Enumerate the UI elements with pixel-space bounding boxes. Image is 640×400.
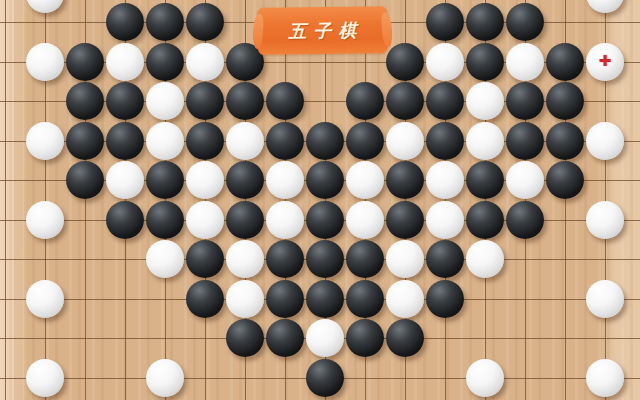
black-stone bbox=[386, 319, 424, 357]
black-stone bbox=[506, 201, 544, 239]
black-stone bbox=[546, 82, 584, 120]
black-stone bbox=[506, 3, 544, 41]
white-stone bbox=[26, 201, 64, 239]
black-stone bbox=[426, 280, 464, 318]
black-stone bbox=[186, 240, 224, 278]
white-stone bbox=[266, 161, 304, 199]
white-stone bbox=[146, 240, 184, 278]
black-stone bbox=[306, 280, 344, 318]
white-stone bbox=[506, 43, 544, 81]
black-stone bbox=[426, 240, 464, 278]
white-stone bbox=[226, 122, 264, 160]
white-stone bbox=[586, 201, 624, 239]
white-stone bbox=[386, 240, 424, 278]
black-stone bbox=[346, 280, 384, 318]
white-stone bbox=[586, 280, 624, 318]
white-stone bbox=[146, 82, 184, 120]
black-stone bbox=[306, 161, 344, 199]
black-stone bbox=[226, 82, 264, 120]
gomoku-board[interactable]: ✚ bbox=[0, 0, 640, 400]
white-stone bbox=[386, 122, 424, 160]
white-stone bbox=[106, 161, 144, 199]
white-stone bbox=[26, 43, 64, 81]
white-stone bbox=[186, 43, 224, 81]
black-stone bbox=[426, 122, 464, 160]
black-stone bbox=[466, 3, 504, 41]
white-stone bbox=[146, 122, 184, 160]
black-stone bbox=[546, 161, 584, 199]
white-stone bbox=[266, 201, 304, 239]
white-stone bbox=[466, 82, 504, 120]
white-stone bbox=[346, 201, 384, 239]
black-stone bbox=[226, 319, 264, 357]
black-stone bbox=[146, 161, 184, 199]
black-stone bbox=[346, 240, 384, 278]
white-stone bbox=[426, 43, 464, 81]
black-stone bbox=[186, 82, 224, 120]
black-stone bbox=[346, 319, 384, 357]
white-stone bbox=[426, 161, 464, 199]
black-stone bbox=[186, 3, 224, 41]
black-stone bbox=[386, 201, 424, 239]
black-stone bbox=[466, 43, 504, 81]
grid-vline bbox=[5, 0, 6, 400]
white-stone bbox=[306, 319, 344, 357]
black-stone bbox=[226, 161, 264, 199]
black-stone bbox=[306, 359, 344, 397]
white-stone bbox=[586, 43, 624, 81]
black-stone bbox=[306, 240, 344, 278]
black-stone bbox=[466, 201, 504, 239]
black-stone bbox=[66, 82, 104, 120]
white-stone bbox=[26, 122, 64, 160]
black-stone bbox=[386, 82, 424, 120]
white-stone bbox=[586, 122, 624, 160]
black-stone bbox=[346, 122, 384, 160]
white-stone bbox=[586, 359, 624, 397]
black-stone bbox=[426, 82, 464, 120]
white-stone bbox=[466, 359, 504, 397]
black-stone bbox=[106, 3, 144, 41]
black-stone bbox=[306, 201, 344, 239]
black-stone bbox=[226, 201, 264, 239]
black-stone bbox=[306, 122, 344, 160]
black-stone bbox=[146, 201, 184, 239]
black-stone bbox=[346, 82, 384, 120]
white-stone bbox=[506, 161, 544, 199]
white-stone bbox=[386, 280, 424, 318]
black-stone bbox=[186, 280, 224, 318]
white-stone bbox=[226, 280, 264, 318]
white-stone bbox=[26, 280, 64, 318]
white-stone bbox=[426, 201, 464, 239]
black-stone bbox=[106, 201, 144, 239]
white-stone bbox=[466, 240, 504, 278]
black-stone bbox=[66, 122, 104, 160]
black-stone bbox=[506, 82, 544, 120]
black-stone bbox=[266, 280, 304, 318]
white-stone bbox=[26, 359, 64, 397]
title-banner: 五子棋 bbox=[257, 6, 389, 55]
black-stone bbox=[186, 122, 224, 160]
white-stone bbox=[146, 359, 184, 397]
black-stone bbox=[146, 43, 184, 81]
black-stone bbox=[266, 240, 304, 278]
white-stone bbox=[106, 43, 144, 81]
black-stone bbox=[66, 43, 104, 81]
black-stone bbox=[66, 161, 104, 199]
black-stone bbox=[506, 122, 544, 160]
white-stone bbox=[346, 161, 384, 199]
white-stone bbox=[186, 161, 224, 199]
white-stone bbox=[226, 240, 264, 278]
black-stone bbox=[386, 161, 424, 199]
white-stone bbox=[186, 201, 224, 239]
black-stone bbox=[266, 122, 304, 160]
black-stone bbox=[546, 122, 584, 160]
game-title: 五子棋 bbox=[281, 18, 363, 43]
black-stone bbox=[266, 82, 304, 120]
black-stone bbox=[106, 122, 144, 160]
black-stone bbox=[106, 82, 144, 120]
black-stone bbox=[266, 319, 304, 357]
black-stone bbox=[426, 3, 464, 41]
black-stone bbox=[146, 3, 184, 41]
white-stone bbox=[466, 122, 504, 160]
black-stone bbox=[546, 43, 584, 81]
black-stone bbox=[466, 161, 504, 199]
black-stone bbox=[386, 43, 424, 81]
